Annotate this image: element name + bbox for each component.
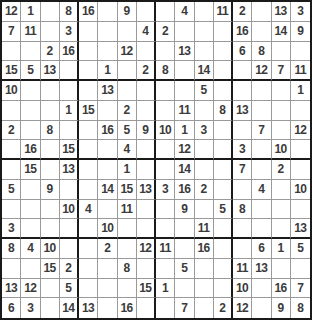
cell-r2c16-given: 9 <box>291 22 310 42</box>
cell-r10c11-given: 2 <box>195 180 214 200</box>
cell-r14c15-empty[interactable] <box>272 259 291 279</box>
cell-r15c13-given: 10 <box>233 279 252 299</box>
cell-r5c11-given: 5 <box>195 81 214 101</box>
cell-r11c11-empty[interactable] <box>195 200 214 220</box>
cell-r15c5-empty[interactable] <box>79 279 98 299</box>
cell-r16c11-empty[interactable] <box>195 298 214 318</box>
cell-r7c2-empty[interactable] <box>21 121 40 141</box>
cell-r2c13-given: 16 <box>233 22 252 42</box>
cell-r12c3-empty[interactable] <box>41 219 60 239</box>
cell-r12c16-given: 13 <box>291 219 310 239</box>
cell-r5c14-empty[interactable] <box>252 81 271 101</box>
cell-r5c5-empty[interactable] <box>79 81 98 101</box>
cell-r7c7-given: 5 <box>118 121 137 141</box>
cell-r7c1-given: 2 <box>2 121 21 141</box>
cell-r9c4-given: 13 <box>60 160 79 180</box>
cell-r4c4-empty[interactable] <box>60 61 79 81</box>
cell-r6c1-empty[interactable] <box>2 101 21 121</box>
cell-r1c15-given: 13 <box>272 2 291 22</box>
cell-r15c9-given: 1 <box>156 279 175 299</box>
cell-r2c12-empty[interactable] <box>214 22 233 42</box>
cell-r4c1-given: 15 <box>2 61 21 81</box>
cell-r14c9-empty[interactable] <box>156 259 175 279</box>
cell-r3c8-empty[interactable] <box>137 42 156 62</box>
cell-r8c6-empty[interactable] <box>98 140 117 160</box>
cell-r1c2-given: 1 <box>21 2 40 22</box>
cell-r16c2-given: 3 <box>21 298 40 318</box>
cell-r16c10-given: 7 <box>175 298 194 318</box>
cell-r3c16-empty[interactable] <box>291 42 310 62</box>
cell-r2c9-given: 2 <box>156 22 175 42</box>
cell-r15c7-empty[interactable] <box>118 279 137 299</box>
cell-r6c6-empty[interactable] <box>98 101 117 121</box>
cell-r9c9-empty[interactable] <box>156 160 175 180</box>
cell-r6c10-given: 11 <box>175 101 194 121</box>
cell-r7c12-empty[interactable] <box>214 121 233 141</box>
cell-r5c10-empty[interactable] <box>175 81 194 101</box>
cell-r4c9-given: 8 <box>156 61 175 81</box>
cell-r4c16-given: 11 <box>291 61 310 81</box>
cell-r1c5-given: 16 <box>79 2 98 22</box>
cell-r14c14-given: 13 <box>252 259 271 279</box>
cell-r11c1-empty[interactable] <box>2 200 21 220</box>
cell-r11c12-given: 5 <box>214 200 233 220</box>
cell-r9c6-empty[interactable] <box>98 160 117 180</box>
cell-r5c15-empty[interactable] <box>272 81 291 101</box>
cell-r16c5-given: 13 <box>79 298 98 318</box>
cell-r10c1-given: 5 <box>2 180 21 200</box>
cell-r8c5-empty[interactable] <box>79 140 98 160</box>
cell-r2c7-empty[interactable] <box>118 22 137 42</box>
cell-r8c7-given: 4 <box>118 140 137 160</box>
cell-r15c3-empty[interactable] <box>41 279 60 299</box>
cell-r7c5-empty[interactable] <box>79 121 98 141</box>
cell-r13c2-given: 4 <box>21 239 40 259</box>
cell-r13c1-given: 8 <box>2 239 21 259</box>
cell-r11c8-empty[interactable] <box>137 200 156 220</box>
cell-r16c13-given: 12 <box>233 298 252 318</box>
cell-r12c8-empty[interactable] <box>137 219 156 239</box>
cell-r8c14-empty[interactable] <box>252 140 271 160</box>
cell-r14c5-empty[interactable] <box>79 259 98 279</box>
cell-r12c2-empty[interactable] <box>21 219 40 239</box>
cell-r9c3-empty[interactable] <box>41 160 60 180</box>
cell-r16c8-empty[interactable] <box>137 298 156 318</box>
cell-r9c8-empty[interactable] <box>137 160 156 180</box>
cell-r15c4-given: 5 <box>60 279 79 299</box>
cell-r14c4-given: 2 <box>60 259 79 279</box>
cell-r10c8-given: 13 <box>137 180 156 200</box>
cell-r7c8-given: 9 <box>137 121 156 141</box>
cell-r13c8-given: 12 <box>137 239 156 259</box>
cell-r8c4-given: 15 <box>60 140 79 160</box>
cell-r13c16-given: 5 <box>291 239 310 259</box>
cell-r3c1-empty[interactable] <box>2 42 21 62</box>
cell-r3c5-empty[interactable] <box>79 42 98 62</box>
cell-r1c9-empty[interactable] <box>156 2 175 22</box>
cell-r16c9-empty[interactable] <box>156 298 175 318</box>
cell-r7c15-empty[interactable] <box>272 121 291 141</box>
cell-r11c14-empty[interactable] <box>252 200 271 220</box>
cell-r6c2-empty[interactable] <box>21 101 40 121</box>
cell-r14c11-empty[interactable] <box>195 259 214 279</box>
cell-r12c6-given: 10 <box>98 219 117 239</box>
cell-r2c11-empty[interactable] <box>195 22 214 42</box>
cell-r8c16-empty[interactable] <box>291 140 310 160</box>
cell-r1c7-given: 9 <box>118 2 137 22</box>
cell-r14c12-empty[interactable] <box>214 259 233 279</box>
cell-r16c6-empty[interactable] <box>98 298 117 318</box>
cell-r15c12-empty[interactable] <box>214 279 233 299</box>
cell-r5c16-given: 1 <box>291 81 310 101</box>
cell-r13c12-empty[interactable] <box>214 239 233 259</box>
cell-r15c14-empty[interactable] <box>252 279 271 299</box>
cell-r12c7-empty[interactable] <box>118 219 137 239</box>
cell-r1c3-empty[interactable] <box>41 2 60 22</box>
cell-r2c10-empty[interactable] <box>175 22 194 42</box>
cell-r9c14-empty[interactable] <box>252 160 271 180</box>
cell-r10c15-empty[interactable] <box>272 180 291 200</box>
cell-r15c16-given: 7 <box>291 279 310 299</box>
cell-r6c14-empty[interactable] <box>252 101 271 121</box>
cell-r9c7-given: 1 <box>118 160 137 180</box>
cell-r14c1-empty[interactable] <box>2 259 21 279</box>
cell-r12c15-empty[interactable] <box>272 219 291 239</box>
cell-r3c13-given: 6 <box>233 42 252 62</box>
cell-r4c8-given: 2 <box>137 61 156 81</box>
cell-r5c4-empty[interactable] <box>60 81 79 101</box>
cell-r3c9-empty[interactable] <box>156 42 175 62</box>
cell-r5c1-given: 10 <box>2 81 21 101</box>
cell-r8c15-given: 10 <box>272 140 291 160</box>
cell-r10c4-empty[interactable] <box>60 180 79 200</box>
cell-r6c12-given: 8 <box>214 101 233 121</box>
cell-r15c2-given: 12 <box>21 279 40 299</box>
cell-r13c10-empty[interactable] <box>175 239 194 259</box>
cell-r7c14-given: 7 <box>252 121 271 141</box>
cell-r4c7-empty[interactable] <box>118 61 137 81</box>
cell-r10c10-given: 16 <box>175 180 194 200</box>
cell-r2c8-given: 4 <box>137 22 156 42</box>
cell-r6c16-empty[interactable] <box>291 101 310 121</box>
cell-r6c3-empty[interactable] <box>41 101 60 121</box>
cell-r12c5-empty[interactable] <box>79 219 98 239</box>
cell-r13c7-empty[interactable] <box>118 239 137 259</box>
cell-r10c12-empty[interactable] <box>214 180 233 200</box>
cell-r13c3-given: 10 <box>41 239 60 259</box>
cell-r6c9-empty[interactable] <box>156 101 175 121</box>
cell-r6c4-given: 1 <box>60 101 79 121</box>
cell-r3c15-empty[interactable] <box>272 42 291 62</box>
cell-r11c9-empty[interactable] <box>156 200 175 220</box>
cell-r16c1-given: 6 <box>2 298 21 318</box>
cell-r4c5-empty[interactable] <box>79 61 98 81</box>
cell-r13c15-given: 1 <box>272 239 291 259</box>
cell-r8c12-empty[interactable] <box>214 140 233 160</box>
cell-r11c10-given: 9 <box>175 200 194 220</box>
cell-r10c16-given: 10 <box>291 180 310 200</box>
cell-r9c1-empty[interactable] <box>2 160 21 180</box>
cell-r4c3-given: 13 <box>41 61 60 81</box>
cell-r4c14-given: 12 <box>252 61 271 81</box>
cell-r13c13-empty[interactable] <box>233 239 252 259</box>
cell-r6c8-empty[interactable] <box>137 101 156 121</box>
cell-r1c8-empty[interactable] <box>137 2 156 22</box>
cell-r11c16-empty[interactable] <box>291 200 310 220</box>
cell-r8c11-empty[interactable] <box>195 140 214 160</box>
cell-r7c13-empty[interactable] <box>233 121 252 141</box>
cell-r13c11-given: 16 <box>195 239 214 259</box>
cell-r4c15-given: 7 <box>272 61 291 81</box>
cell-r13c4-empty[interactable] <box>60 239 79 259</box>
cell-r7c6-given: 16 <box>98 121 117 141</box>
cell-r5c7-empty[interactable] <box>118 81 137 101</box>
cell-r2c14-empty[interactable] <box>252 22 271 42</box>
cell-r14c7-given: 8 <box>118 259 137 279</box>
cell-r14c13-given: 11 <box>233 259 252 279</box>
cell-r5c6-given: 13 <box>98 81 117 101</box>
cell-r10c6-given: 14 <box>98 180 117 200</box>
cell-r8c13-given: 3 <box>233 140 252 160</box>
cell-r12c13-empty[interactable] <box>233 219 252 239</box>
cell-r5c12-empty[interactable] <box>214 81 233 101</box>
cell-r14c8-empty[interactable] <box>137 259 156 279</box>
cell-r4c10-empty[interactable] <box>175 61 194 81</box>
cell-r9c15-given: 2 <box>272 160 291 180</box>
cell-r7c16-given: 12 <box>291 121 310 141</box>
cell-r3c7-given: 12 <box>118 42 137 62</box>
cell-r5c9-empty[interactable] <box>156 81 175 101</box>
cell-r4c13-empty[interactable] <box>233 61 252 81</box>
cell-r11c6-empty[interactable] <box>98 200 117 220</box>
cell-r12c14-empty[interactable] <box>252 219 271 239</box>
cell-r12c11-given: 11 <box>195 219 214 239</box>
cell-r1c10-given: 4 <box>175 2 194 22</box>
cell-r8c3-empty[interactable] <box>41 140 60 160</box>
cell-r10c9-given: 3 <box>156 180 175 200</box>
cell-r10c3-given: 9 <box>41 180 60 200</box>
sudoku-board: 1218169411213371134216149216121368155131… <box>0 0 312 320</box>
cell-r4c2-given: 5 <box>21 61 40 81</box>
cell-r16c14-empty[interactable] <box>252 298 271 318</box>
cell-r5c3-empty[interactable] <box>41 81 60 101</box>
cell-r1c4-given: 8 <box>60 2 79 22</box>
cell-r12c9-empty[interactable] <box>156 219 175 239</box>
cell-r10c7-given: 15 <box>118 180 137 200</box>
cell-r14c3-given: 15 <box>41 259 60 279</box>
cell-r9c12-empty[interactable] <box>214 160 233 180</box>
cell-r9c10-given: 14 <box>175 160 194 180</box>
cell-r14c16-empty[interactable] <box>291 259 310 279</box>
cell-r9c11-empty[interactable] <box>195 160 214 180</box>
cell-r8c8-empty[interactable] <box>137 140 156 160</box>
cell-r10c13-empty[interactable] <box>233 180 252 200</box>
cell-r5c13-empty[interactable] <box>233 81 252 101</box>
cell-r12c10-empty[interactable] <box>175 219 194 239</box>
cell-r2c5-empty[interactable] <box>79 22 98 42</box>
cell-r9c2-given: 15 <box>21 160 40 180</box>
cell-r15c8-given: 15 <box>137 279 156 299</box>
cell-r9c5-empty[interactable] <box>79 160 98 180</box>
cell-r3c3-given: 2 <box>41 42 60 62</box>
cell-r13c6-given: 2 <box>98 239 117 259</box>
cell-r7c11-given: 3 <box>195 121 214 141</box>
cell-r16c4-given: 14 <box>60 298 79 318</box>
cell-r1c13-given: 2 <box>233 2 252 22</box>
cell-r7c4-empty[interactable] <box>60 121 79 141</box>
cell-r8c9-empty[interactable] <box>156 140 175 160</box>
cell-r3c10-given: 13 <box>175 42 194 62</box>
cell-r8c10-given: 12 <box>175 140 194 160</box>
cell-r16c16-given: 8 <box>291 298 310 318</box>
cell-r9c16-empty[interactable] <box>291 160 310 180</box>
cell-r15c10-empty[interactable] <box>175 279 194 299</box>
cell-r12c4-empty[interactable] <box>60 219 79 239</box>
cell-r6c5-given: 15 <box>79 101 98 121</box>
cell-r5c8-empty[interactable] <box>137 81 156 101</box>
cell-r10c2-empty[interactable] <box>21 180 40 200</box>
cell-r1c14-empty[interactable] <box>252 2 271 22</box>
cell-r6c11-empty[interactable] <box>195 101 214 121</box>
cell-r1c6-empty[interactable] <box>98 2 117 22</box>
cell-r15c11-empty[interactable] <box>195 279 214 299</box>
cell-r16c7-given: 16 <box>118 298 137 318</box>
cell-r7c10-given: 1 <box>175 121 194 141</box>
cell-r2c1-given: 7 <box>2 22 21 42</box>
cell-r6c15-empty[interactable] <box>272 101 291 121</box>
cell-r8c2-given: 16 <box>21 140 40 160</box>
cell-r13c5-empty[interactable] <box>79 239 98 259</box>
cell-r16c3-empty[interactable] <box>41 298 60 318</box>
cell-r2c15-given: 14 <box>272 22 291 42</box>
cell-r11c2-empty[interactable] <box>21 200 40 220</box>
cell-r7c3-given: 8 <box>41 121 60 141</box>
cell-r7c9-given: 10 <box>156 121 175 141</box>
cell-r13c9-given: 11 <box>156 239 175 259</box>
cell-r11c5-given: 4 <box>79 200 98 220</box>
cell-r1c16-given: 3 <box>291 2 310 22</box>
cell-r2c3-empty[interactable] <box>41 22 60 42</box>
cell-r16c12-given: 2 <box>214 298 233 318</box>
cell-r15c1-given: 13 <box>2 279 21 299</box>
cell-r16c15-given: 9 <box>272 298 291 318</box>
cell-r10c14-given: 4 <box>252 180 271 200</box>
cell-r12c12-empty[interactable] <box>214 219 233 239</box>
cell-r11c3-empty[interactable] <box>41 200 60 220</box>
cell-r3c14-given: 8 <box>252 42 271 62</box>
cell-r4c6-given: 1 <box>98 61 117 81</box>
cell-r12c1-given: 3 <box>2 219 21 239</box>
cell-r3c6-empty[interactable] <box>98 42 117 62</box>
cell-r6c7-given: 2 <box>118 101 137 121</box>
cell-r11c4-given: 10 <box>60 200 79 220</box>
cell-r1c12-given: 11 <box>214 2 233 22</box>
cell-r3c11-empty[interactable] <box>195 42 214 62</box>
cell-r13c14-given: 6 <box>252 239 271 259</box>
cell-r11c13-given: 8 <box>233 200 252 220</box>
cell-r15c15-given: 16 <box>272 279 291 299</box>
cell-r9c13-given: 7 <box>233 160 252 180</box>
cell-r3c2-empty[interactable] <box>21 42 40 62</box>
cell-r4c12-empty[interactable] <box>214 61 233 81</box>
cell-r10c5-empty[interactable] <box>79 180 98 200</box>
cell-r5c2-empty[interactable] <box>21 81 40 101</box>
cell-r14c10-given: 5 <box>175 259 194 279</box>
cell-r2c2-given: 11 <box>21 22 40 42</box>
cell-r11c15-empty[interactable] <box>272 200 291 220</box>
cell-r8c1-empty[interactable] <box>2 140 21 160</box>
cell-r3c12-empty[interactable] <box>214 42 233 62</box>
cell-r4c11-given: 14 <box>195 61 214 81</box>
cell-r2c6-empty[interactable] <box>98 22 117 42</box>
cell-r15c6-empty[interactable] <box>98 279 117 299</box>
cell-r11c7-given: 11 <box>118 200 137 220</box>
cell-r3c4-given: 16 <box>60 42 79 62</box>
cell-r14c2-empty[interactable] <box>21 259 40 279</box>
cell-r2c4-given: 3 <box>60 22 79 42</box>
cell-r1c1-given: 12 <box>2 2 21 22</box>
cell-r14c6-empty[interactable] <box>98 259 117 279</box>
cell-r6c13-given: 13 <box>233 101 252 121</box>
cell-r1c11-empty[interactable] <box>195 2 214 22</box>
